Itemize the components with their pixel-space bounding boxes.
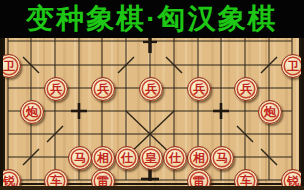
- piece-bing[interactable]: 兵: [139, 77, 163, 101]
- video-title: 变种象棋·匈汉象棋: [26, 0, 277, 38]
- piece-bing[interactable]: 兵: [234, 77, 258, 101]
- piece-bing[interactable]: 兵: [91, 77, 115, 101]
- photo-edge-left: [0, 38, 3, 190]
- screenshot: 变种象棋·匈汉象棋 卫卫兵兵兵兵兵炮炮马相仕皇仕相马锐车雷雷车锐: [0, 0, 304, 190]
- piece-huang[interactable]: 皇: [139, 146, 163, 170]
- board[interactable]: 卫卫兵兵兵兵兵炮炮马相仕皇仕相马锐车雷雷车锐: [0, 38, 304, 190]
- piece-shi[interactable]: 仕: [163, 146, 187, 170]
- photo-edge-bottom: [0, 186, 304, 190]
- piece-ma[interactable]: 马: [210, 146, 234, 170]
- piece-shi[interactable]: 仕: [115, 146, 139, 170]
- piece-pao[interactable]: 炮: [20, 100, 44, 124]
- photo-edge-right: [301, 38, 304, 190]
- video-title-banner: 变种象棋·匈汉象棋: [0, 0, 304, 38]
- piece-ma[interactable]: 马: [68, 146, 92, 170]
- piece-bing[interactable]: 兵: [44, 77, 68, 101]
- piece-bing[interactable]: 兵: [187, 77, 211, 101]
- piece-xiang[interactable]: 相: [91, 146, 115, 170]
- piece-xiang[interactable]: 相: [187, 146, 211, 170]
- piece-pao[interactable]: 炮: [258, 100, 282, 124]
